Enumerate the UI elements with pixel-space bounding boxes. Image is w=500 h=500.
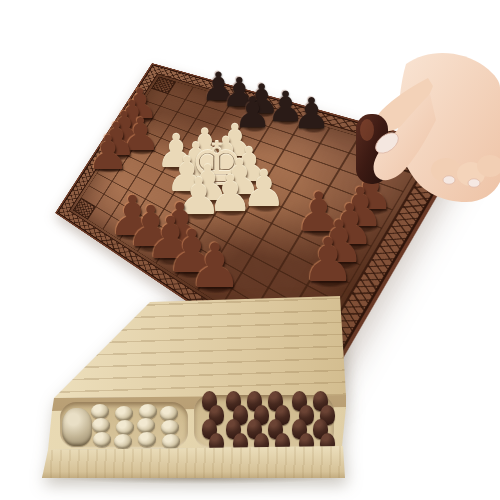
tray-king-piece [62,408,92,446]
hand-placing-piece [330,36,500,246]
tray-piece-light [162,434,180,449]
piece-shadow [119,232,149,242]
piece-shadow [114,140,138,148]
tray-piece-light [139,404,157,419]
tray-piece-light [115,406,133,421]
piece-shadow [314,277,347,288]
piece-shadow [302,125,325,133]
tray-piece-light [116,420,134,435]
piece-shadow [167,240,198,250]
box-front-face [42,446,345,478]
tray-piece-light [160,406,178,421]
piece-shadow [218,207,247,216]
storage-box [40,296,350,486]
piece-shadow [230,103,252,110]
piece-shadow [228,192,256,201]
piece-shadow [237,177,264,186]
tray-piece-light [114,434,132,449]
finger-nail [443,176,455,184]
tray-piece-light [92,418,110,433]
piece-shadow [130,147,155,155]
piece-shadow [178,268,211,279]
piece-shadow [122,128,145,136]
product-photo-hnefatafl-set: { "game": { "name": "Hnefatafl (Viking t… [0,0,500,500]
piece-shadow [205,182,232,191]
piece-shadow [200,282,234,293]
tray-piece-light [91,404,109,419]
piece-shadow [210,97,231,104]
tray-piece-light [137,418,155,433]
piece-shadow [243,124,266,132]
tray-piece-light [138,432,156,447]
piece-shadow [137,243,168,253]
tray-piece-light [161,420,179,435]
piece-shadow [185,172,211,181]
piece-shadow [175,186,202,195]
piece-shadow [196,196,224,205]
finger-nail [468,179,480,187]
tray-piece-light [93,432,111,447]
